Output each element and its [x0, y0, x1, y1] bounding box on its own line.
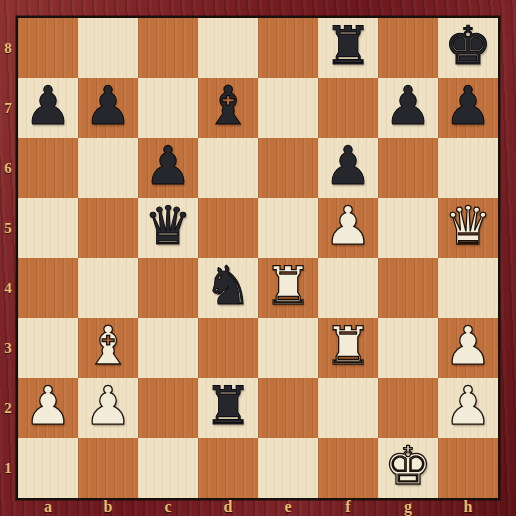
- square-a8[interactable]: [18, 18, 78, 78]
- square-e1[interactable]: [258, 438, 318, 498]
- square-b4[interactable]: [78, 258, 138, 318]
- white-pawn-h3[interactable]: ♟: [444, 316, 492, 376]
- square-e7[interactable]: [258, 78, 318, 138]
- square-h8[interactable]: ♚: [438, 18, 498, 78]
- file-label-d: d: [198, 497, 258, 516]
- file-label-g: g: [378, 497, 438, 516]
- square-e4[interactable]: ♜: [258, 258, 318, 318]
- square-g4[interactable]: [378, 258, 438, 318]
- black-pawn-a7[interactable]: ♟: [24, 76, 72, 136]
- square-g8[interactable]: [378, 18, 438, 78]
- square-b6[interactable]: [78, 138, 138, 198]
- square-e3[interactable]: [258, 318, 318, 378]
- file-label-e: e: [258, 497, 318, 516]
- white-pawn-h2[interactable]: ♟: [444, 376, 492, 436]
- square-f2[interactable]: [318, 378, 378, 438]
- file-label-b: b: [78, 497, 138, 516]
- square-d2[interactable]: ♜: [198, 378, 258, 438]
- file-labels: abcdefgh: [18, 497, 498, 516]
- square-a2[interactable]: ♟: [18, 378, 78, 438]
- white-pawn-f5[interactable]: ♟: [324, 196, 372, 256]
- square-d7[interactable]: ♝: [198, 78, 258, 138]
- square-f6[interactable]: ♟: [318, 138, 378, 198]
- file-label-c: c: [138, 497, 198, 516]
- square-a3[interactable]: [18, 318, 78, 378]
- square-a7[interactable]: ♟: [18, 78, 78, 138]
- chessboard-frame: ♜♚♟♟♝♟♟♟♟♛♟♛♞♜♝♜♟♟♟♜♟♚ 87654321 abcdefgh: [0, 0, 516, 516]
- rank-label-7: 7: [0, 78, 16, 138]
- square-d1[interactable]: [198, 438, 258, 498]
- square-h4[interactable]: [438, 258, 498, 318]
- square-e2[interactable]: [258, 378, 318, 438]
- rank-label-5: 5: [0, 198, 16, 258]
- square-b5[interactable]: [78, 198, 138, 258]
- black-pawn-h7[interactable]: ♟: [444, 76, 492, 136]
- square-h3[interactable]: ♟: [438, 318, 498, 378]
- rank-label-6: 6: [0, 138, 16, 198]
- white-pawn-a2[interactable]: ♟: [24, 376, 72, 436]
- square-e8[interactable]: [258, 18, 318, 78]
- rank-label-4: 4: [0, 258, 16, 318]
- black-pawn-g7[interactable]: ♟: [384, 76, 432, 136]
- square-a4[interactable]: [18, 258, 78, 318]
- square-c1[interactable]: [138, 438, 198, 498]
- chess-board: ♜♚♟♟♝♟♟♟♟♛♟♛♞♜♝♜♟♟♟♜♟♚: [16, 16, 500, 500]
- file-label-h: h: [438, 497, 498, 516]
- black-king-h8[interactable]: ♚: [444, 16, 492, 76]
- black-rook-f8[interactable]: ♜: [324, 16, 372, 76]
- square-f3[interactable]: ♜: [318, 318, 378, 378]
- black-bishop-d7[interactable]: ♝: [204, 76, 252, 136]
- square-f7[interactable]: [318, 78, 378, 138]
- rank-labels: 87654321: [0, 18, 16, 498]
- white-pawn-b2[interactable]: ♟: [84, 376, 132, 436]
- square-b8[interactable]: [78, 18, 138, 78]
- square-b7[interactable]: ♟: [78, 78, 138, 138]
- black-pawn-f6[interactable]: ♟: [324, 136, 372, 196]
- white-rook-e4[interactable]: ♜: [264, 256, 312, 316]
- white-rook-f3[interactable]: ♜: [324, 316, 372, 376]
- square-g7[interactable]: ♟: [378, 78, 438, 138]
- square-f1[interactable]: [318, 438, 378, 498]
- square-c4[interactable]: [138, 258, 198, 318]
- square-c3[interactable]: [138, 318, 198, 378]
- square-h2[interactable]: ♟: [438, 378, 498, 438]
- white-king-g1[interactable]: ♚: [384, 436, 432, 496]
- black-queen-c5[interactable]: ♛: [144, 196, 192, 256]
- square-h5[interactable]: ♛: [438, 198, 498, 258]
- square-a1[interactable]: [18, 438, 78, 498]
- square-c6[interactable]: ♟: [138, 138, 198, 198]
- square-g6[interactable]: [378, 138, 438, 198]
- square-d6[interactable]: [198, 138, 258, 198]
- black-knight-d4[interactable]: ♞: [204, 256, 252, 316]
- square-d5[interactable]: [198, 198, 258, 258]
- file-label-f: f: [318, 497, 378, 516]
- square-c8[interactable]: [138, 18, 198, 78]
- white-bishop-b3[interactable]: ♝: [84, 316, 132, 376]
- square-c7[interactable]: [138, 78, 198, 138]
- square-h6[interactable]: [438, 138, 498, 198]
- square-a5[interactable]: [18, 198, 78, 258]
- rank-label-3: 3: [0, 318, 16, 378]
- white-queen-h5[interactable]: ♛: [444, 196, 492, 256]
- square-f5[interactable]: ♟: [318, 198, 378, 258]
- square-c2[interactable]: [138, 378, 198, 438]
- square-a6[interactable]: [18, 138, 78, 198]
- rank-label-8: 8: [0, 18, 16, 78]
- square-f4[interactable]: [318, 258, 378, 318]
- square-b3[interactable]: ♝: [78, 318, 138, 378]
- square-e5[interactable]: [258, 198, 318, 258]
- square-h1[interactable]: [438, 438, 498, 498]
- square-g3[interactable]: [378, 318, 438, 378]
- square-g2[interactable]: [378, 378, 438, 438]
- rank-label-1: 1: [0, 438, 16, 498]
- square-h7[interactable]: ♟: [438, 78, 498, 138]
- square-d4[interactable]: ♞: [198, 258, 258, 318]
- square-g5[interactable]: [378, 198, 438, 258]
- file-label-a: a: [18, 497, 78, 516]
- square-g1[interactable]: ♚: [378, 438, 438, 498]
- black-pawn-c6[interactable]: ♟: [144, 136, 192, 196]
- square-e6[interactable]: [258, 138, 318, 198]
- black-rook-d2[interactable]: ♜: [204, 376, 252, 436]
- square-b1[interactable]: [78, 438, 138, 498]
- square-f8[interactable]: ♜: [318, 18, 378, 78]
- black-pawn-b7[interactable]: ♟: [84, 76, 132, 136]
- square-b2[interactable]: ♟: [78, 378, 138, 438]
- square-d8[interactable]: [198, 18, 258, 78]
- square-c5[interactable]: ♛: [138, 198, 198, 258]
- rank-label-2: 2: [0, 378, 16, 438]
- square-d3[interactable]: [198, 318, 258, 378]
